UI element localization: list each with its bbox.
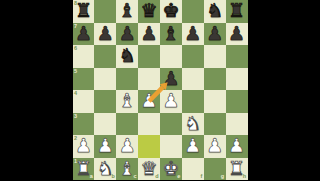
square-d6[interactable] <box>138 45 160 68</box>
file-label-f: f <box>200 174 202 180</box>
square-g1[interactable]: g <box>204 158 226 181</box>
black-pawn-f7[interactable]: ♟ <box>184 24 201 43</box>
square-f4[interactable] <box>182 90 204 113</box>
square-e2[interactable] <box>160 135 182 158</box>
square-d8[interactable]: ♛ <box>138 0 160 23</box>
rank-label-5: 5 <box>74 69 77 75</box>
square-h3[interactable] <box>226 113 248 136</box>
file-label-e: e <box>177 174 180 180</box>
black-rook-a8[interactable]: ♜ <box>75 1 92 20</box>
black-bishop-c8[interactable]: ♝ <box>119 1 136 20</box>
square-c3[interactable] <box>116 113 138 136</box>
square-d3[interactable] <box>138 113 160 136</box>
square-e7[interactable]: ♝ <box>160 23 182 46</box>
rank-label-1: 1 <box>74 159 77 165</box>
square-g4[interactable] <box>204 90 226 113</box>
square-f1[interactable]: f <box>182 158 204 181</box>
square-c6[interactable]: ♞ <box>116 45 138 68</box>
file-label-b: b <box>111 174 114 180</box>
white-pawn-h2[interactable]: ♟ <box>228 136 245 155</box>
rank-label-2: 2 <box>74 136 77 142</box>
rank-label-6: 6 <box>74 46 77 52</box>
square-b8[interactable] <box>94 0 116 23</box>
white-pawn-b2[interactable]: ♟ <box>97 136 114 155</box>
video-frame: 8♜♝♛♚♞♜7♟♟♟♟♝♟♟♟6♞5♟4♝♟♟3♞2♟♟♟♟♟♟1a♜b♞c♝… <box>0 0 320 180</box>
black-knight-g8[interactable]: ♞ <box>206 1 223 20</box>
square-g5[interactable] <box>204 68 226 91</box>
square-b7[interactable]: ♟ <box>94 23 116 46</box>
square-f5[interactable] <box>182 68 204 91</box>
black-knight-c6[interactable]: ♞ <box>119 46 136 65</box>
square-f6[interactable] <box>182 45 204 68</box>
square-c2[interactable]: ♟ <box>116 135 138 158</box>
black-rook-h8[interactable]: ♜ <box>228 1 245 20</box>
square-a2[interactable]: 2♟ <box>73 135 95 158</box>
file-label-d: d <box>155 174 158 180</box>
square-e6[interactable] <box>160 45 182 68</box>
square-e5[interactable]: ♟ <box>160 68 182 91</box>
square-f7[interactable]: ♟ <box>182 23 204 46</box>
square-h4[interactable] <box>226 90 248 113</box>
white-pawn-f2[interactable]: ♟ <box>184 136 201 155</box>
square-g7[interactable]: ♟ <box>204 23 226 46</box>
file-label-h: h <box>243 174 246 180</box>
file-label-a: a <box>90 174 93 180</box>
square-f8[interactable] <box>182 0 204 23</box>
square-b5[interactable] <box>94 68 116 91</box>
white-knight-f3[interactable]: ♞ <box>184 114 201 133</box>
square-g6[interactable] <box>204 45 226 68</box>
square-a4[interactable]: 4 <box>73 90 95 113</box>
white-pawn-d4[interactable]: ♟ <box>141 91 158 110</box>
square-h5[interactable] <box>226 68 248 91</box>
square-a5[interactable]: 5 <box>73 68 95 91</box>
black-bishop-e7[interactable]: ♝ <box>162 24 179 43</box>
square-g8[interactable]: ♞ <box>204 0 226 23</box>
square-g3[interactable] <box>204 113 226 136</box>
square-a8[interactable]: 8♜ <box>73 0 95 23</box>
black-queen-d8[interactable]: ♛ <box>141 1 158 20</box>
black-pawn-a7[interactable]: ♟ <box>75 24 92 43</box>
square-c1[interactable]: c♝ <box>116 158 138 181</box>
square-b6[interactable] <box>94 45 116 68</box>
black-pawn-h7[interactable]: ♟ <box>228 24 245 43</box>
square-a7[interactable]: 7♟ <box>73 23 95 46</box>
square-f3[interactable]: ♞ <box>182 113 204 136</box>
square-c8[interactable]: ♝ <box>116 0 138 23</box>
square-e1[interactable]: e♚ <box>160 158 182 181</box>
square-a6[interactable]: 6 <box>73 45 95 68</box>
chess-board[interactable]: 8♜♝♛♚♞♜7♟♟♟♟♝♟♟♟6♞5♟4♝♟♟3♞2♟♟♟♟♟♟1a♜b♞c♝… <box>73 0 248 180</box>
letterbox-left <box>0 0 73 180</box>
square-d7[interactable]: ♟ <box>138 23 160 46</box>
black-pawn-e5[interactable]: ♟ <box>162 69 179 88</box>
square-e3[interactable] <box>160 113 182 136</box>
square-b3[interactable] <box>94 113 116 136</box>
letterbox-right <box>248 0 320 180</box>
square-b1[interactable]: b♞ <box>94 158 116 181</box>
square-c7[interactable]: ♟ <box>116 23 138 46</box>
square-d5[interactable] <box>138 68 160 91</box>
square-h2[interactable]: ♟ <box>226 135 248 158</box>
file-label-c: c <box>134 174 137 180</box>
square-h6[interactable] <box>226 45 248 68</box>
white-bishop-c4[interactable]: ♝ <box>119 91 136 110</box>
black-pawn-d7[interactable]: ♟ <box>141 24 158 43</box>
rank-label-7: 7 <box>74 24 77 30</box>
rank-label-8: 8 <box>74 1 77 7</box>
square-h1[interactable]: h♜ <box>226 158 248 181</box>
square-b2[interactable]: ♟ <box>94 135 116 158</box>
black-pawn-c7[interactable]: ♟ <box>119 24 136 43</box>
black-pawn-b7[interactable]: ♟ <box>97 24 114 43</box>
white-pawn-e4[interactable]: ♟ <box>162 91 179 110</box>
rank-label-4: 4 <box>74 91 77 97</box>
square-g2[interactable]: ♟ <box>204 135 226 158</box>
square-h8[interactable]: ♜ <box>226 0 248 23</box>
square-e8[interactable]: ♚ <box>160 0 182 23</box>
white-pawn-c2[interactable]: ♟ <box>119 136 136 155</box>
square-d2[interactable] <box>138 135 160 158</box>
white-pawn-a2[interactable]: ♟ <box>75 136 92 155</box>
black-pawn-g7[interactable]: ♟ <box>206 24 223 43</box>
square-d4[interactable]: ♟ <box>138 90 160 113</box>
white-pawn-g2[interactable]: ♟ <box>206 136 223 155</box>
square-c4[interactable]: ♝ <box>116 90 138 113</box>
black-king-e8[interactable]: ♚ <box>162 1 179 20</box>
square-h7[interactable]: ♟ <box>226 23 248 46</box>
file-label-g: g <box>221 174 224 180</box>
square-e4[interactable]: ♟ <box>160 90 182 113</box>
rank-label-3: 3 <box>74 114 77 120</box>
square-d1[interactable]: d♛ <box>138 158 160 181</box>
square-a1[interactable]: 1a♜ <box>73 158 95 181</box>
square-f2[interactable]: ♟ <box>182 135 204 158</box>
square-b4[interactable] <box>94 90 116 113</box>
square-a3[interactable]: 3 <box>73 113 95 136</box>
square-c5[interactable] <box>116 68 138 91</box>
